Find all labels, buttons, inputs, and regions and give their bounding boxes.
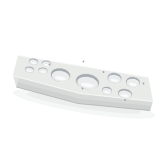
screw-dot — [83, 61, 85, 63]
screw-dot — [124, 99, 126, 101]
screw-dot — [82, 88, 84, 90]
photo-canvas — [0, 0, 160, 160]
screw-dot — [49, 64, 51, 66]
screw-dot — [103, 71, 105, 73]
product-photo-svg — [0, 0, 160, 160]
screw-dot — [143, 83, 145, 85]
